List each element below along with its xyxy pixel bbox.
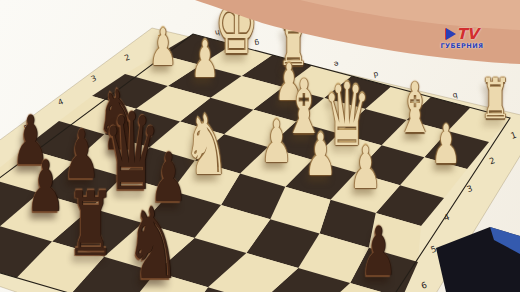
piece-white-pawn-d4: ♟ <box>258 112 294 171</box>
piece-black-pawn-g7: ♟ <box>24 151 67 222</box>
piece-white-rook-a1: ♜ <box>478 72 512 128</box>
play-triangle-icon <box>446 28 456 40</box>
piece-black-pawn-b6: ♟ <box>357 219 398 286</box>
tv-guberniya-logo: TV ГУБЕРНИЯ <box>427 25 497 50</box>
piece-black-knight-d8: ♞ <box>123 195 184 292</box>
piece-black-rook-f8: ♜ <box>64 180 118 268</box>
piece-white-pawn-g2: ♟ <box>189 33 220 84</box>
logo-tv-text: TV <box>457 25 479 43</box>
piece-white-pawn-a3: ♟ <box>429 119 462 173</box>
tv-frame: abcdefgh1234567812345678abcdefgh ♚♟♜♟♟♜♝… <box>0 0 520 292</box>
piece-white-pawn-h2: ♟ <box>147 22 178 73</box>
logo-channel-text: ГУБЕРНИЯ <box>427 42 497 50</box>
piece-white-pawn-b4: ♟ <box>348 138 384 197</box>
piece-white-pawn-c4: ♟ <box>303 125 339 184</box>
